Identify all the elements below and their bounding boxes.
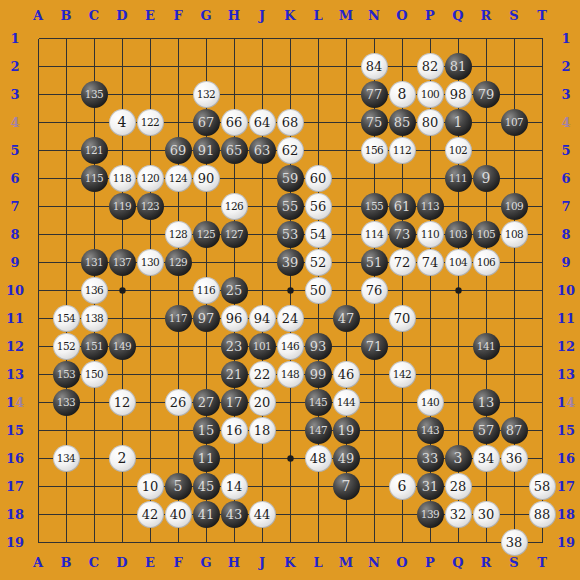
move-number: 5 — [174, 479, 183, 493]
go-stone: 117 — [165, 305, 192, 332]
go-stone: 105 — [473, 221, 500, 248]
row-label-left: 1 — [10, 32, 19, 45]
row-label-left: 5 — [10, 144, 19, 157]
go-stone: 106 — [473, 249, 500, 276]
move-number: 100 — [421, 89, 440, 100]
move-number: 103 — [449, 229, 468, 240]
move-number: 93 — [310, 340, 327, 353]
move-number: 122 — [141, 117, 160, 128]
column-label-bottom: C — [89, 556, 99, 569]
row-label-right: 4 — [561, 116, 570, 129]
go-stone: 121 — [81, 137, 108, 164]
row-label-left: 18 — [6, 508, 24, 521]
move-number: 127 — [225, 229, 244, 240]
move-number: 123 — [141, 201, 160, 212]
move-number: 16 — [226, 424, 243, 437]
move-number: 156 — [365, 145, 384, 156]
go-stone: 75 — [361, 109, 388, 136]
column-label-top: L — [313, 9, 322, 22]
column-label-bottom: J — [259, 556, 265, 569]
move-number: 30 — [478, 508, 495, 521]
move-number: 153 — [57, 369, 76, 380]
move-number: 128 — [169, 229, 188, 240]
go-stone: 96 — [221, 305, 248, 332]
go-stone: 97 — [193, 305, 220, 332]
move-number: 143 — [421, 425, 440, 436]
go-stone: 3 — [445, 445, 472, 472]
column-label-top: R — [481, 9, 492, 22]
move-number: 97 — [198, 312, 215, 325]
move-number: 142 — [393, 369, 412, 380]
move-number: 9 — [482, 171, 491, 185]
column-label-bottom: H — [228, 556, 240, 569]
column-label-top: Q — [452, 9, 463, 22]
go-stone: 136 — [81, 277, 108, 304]
move-number: 67 — [198, 116, 215, 129]
row-label-right: 8 — [561, 228, 570, 241]
go-stone: 145 — [305, 389, 332, 416]
column-label-bottom: M — [339, 556, 353, 569]
row-label-left: 15 — [6, 424, 24, 437]
row-label-left: 4 — [10, 116, 19, 129]
move-number: 34 — [478, 452, 495, 465]
row-label-right: 1 — [561, 32, 570, 45]
go-stone: 98 — [445, 81, 472, 108]
move-number: 141 — [477, 341, 496, 352]
column-label-top: F — [173, 9, 182, 22]
go-stone: 155 — [361, 193, 388, 220]
go-stone: 14 — [221, 473, 248, 500]
row-label-right: 3 — [561, 88, 570, 101]
move-number: 68 — [282, 116, 299, 129]
go-stone: 116 — [193, 277, 220, 304]
move-number: 53 — [282, 228, 299, 241]
move-number: 107 — [505, 117, 524, 128]
go-stone: 47 — [333, 305, 360, 332]
go-stone: 153 — [53, 361, 80, 388]
move-number: 108 — [505, 229, 524, 240]
move-number: 48 — [310, 452, 327, 465]
move-number: 40 — [170, 508, 187, 521]
move-number: 22 — [254, 368, 271, 381]
move-number: 42 — [142, 508, 159, 521]
move-number: 111 — [449, 173, 468, 184]
move-number: 152 — [57, 341, 76, 352]
move-number: 20 — [254, 396, 271, 409]
column-label-top: N — [368, 9, 380, 22]
move-number: 31 — [422, 480, 439, 493]
row-label-left: 3 — [10, 88, 19, 101]
move-number: 149 — [113, 341, 132, 352]
go-stone: 24 — [277, 305, 304, 332]
go-stone: 33 — [417, 445, 444, 472]
move-number: 43 — [226, 508, 243, 521]
move-number: 58 — [534, 480, 551, 493]
move-number: 73 — [394, 228, 411, 241]
go-stone: 12 — [109, 389, 136, 416]
move-number: 130 — [141, 257, 160, 268]
go-stone: 91 — [193, 137, 220, 164]
column-label-bottom: F — [173, 556, 182, 569]
move-number: 15 — [198, 424, 215, 437]
go-stone: 11 — [193, 445, 220, 472]
go-stone: 151 — [81, 333, 108, 360]
move-number: 47 — [338, 312, 355, 325]
go-stone: 56 — [305, 193, 332, 220]
go-stone: 38 — [501, 529, 528, 556]
go-stone: 26 — [165, 389, 192, 416]
go-stone: 120 — [137, 165, 164, 192]
go-stone: 79 — [473, 81, 500, 108]
move-number: 151 — [85, 341, 104, 352]
move-number: 10 — [142, 480, 159, 493]
move-number: 144 — [337, 397, 356, 408]
column-label-bottom: E — [145, 556, 155, 569]
go-stone: 131 — [81, 249, 108, 276]
move-number: 115 — [85, 173, 104, 184]
move-number: 36 — [506, 452, 523, 465]
move-number: 3 — [454, 451, 463, 465]
row-label-right: 9 — [561, 256, 570, 269]
go-stone: 27 — [193, 389, 220, 416]
go-stone: 36 — [501, 445, 528, 472]
column-label-top: C — [89, 9, 99, 22]
go-stone: 113 — [417, 193, 444, 220]
move-number: 6 — [398, 479, 407, 493]
move-number: 79 — [478, 88, 495, 101]
row-label-right: 7 — [561, 200, 570, 213]
go-stone: 81 — [445, 53, 472, 80]
move-number: 121 — [85, 145, 104, 156]
row-label-right: 10 — [557, 284, 575, 297]
move-number: 109 — [505, 201, 524, 212]
move-number: 129 — [169, 257, 188, 268]
go-stone: 140 — [417, 389, 444, 416]
row-label-right: 12 — [557, 340, 575, 353]
go-stone: 147 — [305, 417, 332, 444]
go-stone: 127 — [221, 221, 248, 248]
go-stone: 88 — [529, 501, 556, 528]
move-number: 117 — [169, 313, 188, 324]
move-number: 23 — [226, 340, 243, 353]
go-stone: 112 — [389, 137, 416, 164]
go-stone: 5 — [165, 473, 192, 500]
star-point — [119, 287, 125, 293]
column-label-bottom: G — [200, 556, 211, 569]
go-stone: 34 — [473, 445, 500, 472]
move-number: 131 — [85, 257, 104, 268]
column-label-top: T — [537, 9, 547, 22]
move-number: 154 — [57, 313, 76, 324]
go-stone: 141 — [473, 333, 500, 360]
go-stone: 68 — [277, 109, 304, 136]
go-stone: 21 — [221, 361, 248, 388]
go-stone: 94 — [249, 305, 276, 332]
move-number: 8 — [398, 87, 407, 101]
go-stone: 67 — [193, 109, 220, 136]
go-stone: 30 — [473, 501, 500, 528]
move-number: 62 — [282, 144, 299, 157]
move-number: 90 — [198, 172, 215, 185]
go-stone: 111 — [445, 165, 472, 192]
go-stone: 135 — [81, 81, 108, 108]
go-stone: 80 — [417, 109, 444, 136]
move-number: 145 — [309, 397, 328, 408]
go-stone: 15 — [193, 417, 220, 444]
go-stone: 10 — [137, 473, 164, 500]
go-stone: 43 — [221, 501, 248, 528]
go-stone: 109 — [501, 193, 528, 220]
move-number: 150 — [85, 369, 104, 380]
go-stone: 146 — [277, 333, 304, 360]
go-stone: 69 — [165, 137, 192, 164]
row-label-left: 11 — [6, 312, 24, 325]
move-number: 69 — [170, 144, 187, 157]
move-number: 19 — [338, 424, 355, 437]
go-stone: 122 — [137, 109, 164, 136]
go-stone: 50 — [305, 277, 332, 304]
go-stone: 124 — [165, 165, 192, 192]
move-number: 71 — [366, 340, 383, 353]
go-stone: 139 — [417, 501, 444, 528]
go-stone: 42 — [137, 501, 164, 528]
go-stone: 57 — [473, 417, 500, 444]
move-number: 2 — [118, 451, 127, 465]
move-number: 106 — [477, 257, 496, 268]
go-stone: 22 — [249, 361, 276, 388]
move-number: 133 — [57, 397, 76, 408]
move-number: 112 — [393, 145, 412, 156]
go-stone: 19 — [333, 417, 360, 444]
column-label-bottom: R — [481, 556, 492, 569]
move-number: 104 — [449, 257, 468, 268]
go-stone: 62 — [277, 137, 304, 164]
column-label-top: E — [145, 9, 155, 22]
go-stone: 129 — [165, 249, 192, 276]
go-board: AABBCCDDEEFFGGHHJJKKLLMMNNOOPPQQRRSSTT11… — [0, 0, 580, 580]
move-number: 124 — [169, 173, 188, 184]
row-label-left: 7 — [10, 200, 19, 213]
go-stone: 123 — [137, 193, 164, 220]
go-stone: 45 — [193, 473, 220, 500]
go-stone: 6 — [389, 473, 416, 500]
row-label-right: 11 — [557, 312, 575, 325]
move-number: 51 — [366, 256, 383, 269]
go-stone: 13 — [473, 389, 500, 416]
go-stone: 20 — [249, 389, 276, 416]
go-stone: 101 — [249, 333, 276, 360]
row-label-right: 6 — [561, 172, 570, 185]
move-number: 56 — [310, 200, 327, 213]
go-stone: 17 — [221, 389, 248, 416]
move-number: 136 — [85, 285, 104, 296]
go-stone: 32 — [445, 501, 472, 528]
move-number: 114 — [365, 229, 384, 240]
go-stone: 142 — [389, 361, 416, 388]
move-number: 72 — [394, 256, 411, 269]
go-stone: 104 — [445, 249, 472, 276]
go-stone: 74 — [417, 249, 444, 276]
column-label-top: K — [284, 9, 295, 22]
row-label-right: 14 — [557, 396, 575, 409]
go-stone: 126 — [221, 193, 248, 220]
row-label-right: 5 — [561, 144, 570, 157]
move-number: 44 — [254, 508, 271, 521]
move-number: 64 — [254, 116, 271, 129]
move-number: 26 — [170, 396, 187, 409]
column-label-top: G — [200, 9, 211, 22]
move-number: 28 — [450, 480, 467, 493]
go-stone: 152 — [53, 333, 80, 360]
move-number: 120 — [141, 173, 160, 184]
go-stone: 156 — [361, 137, 388, 164]
go-stone: 63 — [249, 137, 276, 164]
go-stone: 133 — [53, 389, 80, 416]
go-stone: 132 — [193, 81, 220, 108]
column-label-bottom: N — [368, 556, 380, 569]
move-number: 105 — [477, 229, 496, 240]
row-label-right: 18 — [557, 508, 575, 521]
move-number: 74 — [422, 256, 439, 269]
move-number: 102 — [449, 145, 468, 156]
move-number: 135 — [85, 89, 104, 100]
star-point — [455, 287, 461, 293]
go-stone: 82 — [417, 53, 444, 80]
go-stone: 76 — [361, 277, 388, 304]
move-number: 27 — [198, 396, 215, 409]
move-number: 96 — [226, 312, 243, 325]
go-stone: 54 — [305, 221, 332, 248]
column-label-bottom: L — [313, 556, 322, 569]
column-label-bottom: D — [116, 556, 127, 569]
go-stone: 100 — [417, 81, 444, 108]
go-stone: 71 — [361, 333, 388, 360]
row-label-right: 2 — [561, 60, 570, 73]
go-stone: 70 — [389, 305, 416, 332]
move-number: 140 — [421, 397, 440, 408]
go-stone: 87 — [501, 417, 528, 444]
go-stone: 44 — [249, 501, 276, 528]
move-number: 24 — [282, 312, 299, 325]
move-number: 85 — [394, 116, 411, 129]
move-number: 50 — [310, 284, 327, 297]
move-number: 126 — [225, 201, 244, 212]
column-label-top: J — [259, 9, 265, 22]
row-label-left: 12 — [6, 340, 24, 353]
row-label-left: 6 — [10, 172, 19, 185]
go-stone: 16 — [221, 417, 248, 444]
move-number: 70 — [394, 312, 411, 325]
move-number: 88 — [534, 508, 551, 521]
column-label-top: O — [396, 9, 407, 22]
go-stone: 2 — [109, 445, 136, 472]
go-stone: 28 — [445, 473, 472, 500]
column-label-top: M — [339, 9, 353, 22]
star-point — [287, 287, 293, 293]
go-stone: 55 — [277, 193, 304, 220]
move-number: 1 — [454, 115, 463, 129]
move-number: 46 — [338, 368, 355, 381]
go-stone: 84 — [361, 53, 388, 80]
move-number: 55 — [282, 200, 299, 213]
go-stone: 8 — [389, 81, 416, 108]
row-label-right: 15 — [557, 424, 575, 437]
go-stone: 64 — [249, 109, 276, 136]
row-label-left: 17 — [6, 480, 24, 493]
go-stone: 1 — [445, 109, 472, 136]
go-stone: 25 — [221, 277, 248, 304]
row-label-left: 9 — [10, 256, 19, 269]
column-label-bottom: A — [33, 556, 43, 569]
go-stone: 53 — [277, 221, 304, 248]
column-label-top: S — [509, 9, 518, 22]
move-number: 39 — [282, 256, 299, 269]
move-number: 57 — [478, 424, 495, 437]
go-stone: 41 — [193, 501, 220, 528]
move-number: 137 — [113, 257, 132, 268]
move-number: 54 — [310, 228, 327, 241]
row-label-left: 14 — [6, 396, 24, 409]
go-stone: 108 — [501, 221, 528, 248]
move-number: 75 — [366, 116, 383, 129]
move-number: 4 — [118, 115, 127, 129]
go-stone: 137 — [109, 249, 136, 276]
go-stone: 49 — [333, 445, 360, 472]
go-stone: 51 — [361, 249, 388, 276]
move-number: 99 — [310, 368, 327, 381]
go-stone: 107 — [501, 109, 528, 136]
go-stone: 23 — [221, 333, 248, 360]
go-stone: 99 — [305, 361, 332, 388]
move-number: 101 — [253, 341, 272, 352]
go-stone: 150 — [81, 361, 108, 388]
go-stone: 114 — [361, 221, 388, 248]
move-number: 7 — [342, 479, 351, 493]
move-number: 87 — [506, 424, 523, 437]
move-number: 33 — [422, 452, 439, 465]
move-number: 110 — [421, 229, 440, 240]
move-number: 91 — [198, 144, 215, 157]
go-stone: 9 — [473, 165, 500, 192]
go-stone: 90 — [193, 165, 220, 192]
move-number: 25 — [226, 284, 243, 297]
row-label-left: 10 — [6, 284, 24, 297]
go-stone: 102 — [445, 137, 472, 164]
column-label-bottom: O — [396, 556, 407, 569]
row-label-left: 19 — [6, 536, 24, 549]
row-label-left: 16 — [6, 452, 24, 465]
go-stone: 118 — [109, 165, 136, 192]
row-label-left: 8 — [10, 228, 19, 241]
move-number: 138 — [85, 313, 104, 324]
column-label-bottom: Q — [452, 556, 463, 569]
move-number: 66 — [226, 116, 243, 129]
move-number: 113 — [421, 201, 440, 212]
go-stone: 138 — [81, 305, 108, 332]
go-stone: 59 — [277, 165, 304, 192]
move-number: 77 — [366, 88, 383, 101]
move-number: 148 — [281, 369, 300, 380]
go-stone: 61 — [389, 193, 416, 220]
move-number: 132 — [197, 89, 216, 100]
move-number: 119 — [113, 201, 132, 212]
move-number: 80 — [422, 116, 439, 129]
move-number: 45 — [198, 480, 215, 493]
row-label-left: 13 — [6, 368, 24, 381]
move-number: 14 — [226, 480, 243, 493]
column-label-bottom: B — [61, 556, 72, 569]
column-label-top: H — [228, 9, 240, 22]
